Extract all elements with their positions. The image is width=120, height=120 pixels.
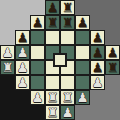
board-cell[interactable]: [75, 60, 90, 75]
chess-piece-white-pawn[interactable]: ♟: [17, 61, 29, 74]
chess-piece-black-pawn[interactable]: ♟: [92, 61, 104, 74]
chess-piece-black-pawn[interactable]: ♟: [32, 16, 44, 29]
board-cell[interactable]: ♜: [60, 15, 75, 30]
chess-piece-white-pawn[interactable]: ♟: [32, 91, 44, 104]
chess-piece-white-pawn[interactable]: ♟: [92, 76, 104, 89]
board-cell[interactable]: [30, 75, 45, 90]
board-cell[interactable]: ♟: [90, 60, 105, 75]
board-cell[interactable]: ♟: [30, 15, 45, 30]
chess-piece-white-pawn[interactable]: ♟: [77, 91, 89, 104]
board-cell[interactable]: [75, 45, 90, 60]
board-cell[interactable]: [45, 75, 60, 90]
chess-piece-white-rook[interactable]: ♜: [2, 61, 14, 74]
chess-piece-black-rook[interactable]: ♜: [107, 61, 119, 74]
board-cell[interactable]: ♟: [30, 90, 45, 105]
board-cell[interactable]: ♜: [105, 60, 120, 75]
chess-piece-black-rook[interactable]: ♜: [62, 16, 74, 29]
board-cell[interactable]: ♟: [45, 0, 60, 15]
board-cell[interactable]: ♟: [75, 90, 90, 105]
center-marker: [53, 53, 67, 67]
board-cell[interactable]: [30, 45, 45, 60]
board-cell[interactable]: ♟: [90, 45, 105, 60]
board-cell[interactable]: ♟: [15, 75, 30, 90]
board-cell[interactable]: ♜: [45, 90, 60, 105]
board-cell[interactable]: [75, 30, 90, 45]
chess-piece-black-pawn[interactable]: ♟: [17, 31, 29, 44]
chess-piece-black-pawn[interactable]: ♟: [92, 31, 104, 44]
board-cell[interactable]: [45, 30, 60, 45]
board-cell[interactable]: ♟: [15, 45, 30, 60]
chess-piece-black-rook[interactable]: ♜: [47, 16, 59, 29]
board-cell[interactable]: ♜: [60, 90, 75, 105]
chess-piece-white-pawn[interactable]: ♟: [2, 46, 14, 59]
board-cell[interactable]: [75, 75, 90, 90]
board-cell[interactable]: ♜: [0, 60, 15, 75]
chess-piece-white-pawn[interactable]: ♟: [17, 76, 29, 89]
board-cell[interactable]: [30, 30, 45, 45]
chess-piece-white-rook[interactable]: ♜: [47, 91, 59, 104]
board-cell[interactable]: [60, 75, 75, 90]
board-cell[interactable]: [30, 60, 45, 75]
chess-piece-black-pawn[interactable]: ♟: [77, 16, 89, 29]
board-cell[interactable]: ♜: [60, 0, 75, 15]
board-cell[interactable]: ♜: [45, 15, 60, 30]
chess-piece-white-rook[interactable]: ♜: [62, 91, 74, 104]
board-cell[interactable]: [60, 30, 75, 45]
chess-piece-black-pawn[interactable]: ♟: [47, 1, 59, 14]
game-window: ♟♜♟♜♜♟♟♟♟♟♟♟♜♟♟♜♟♟♟♜♜♟♜♟: [0, 0, 120, 120]
board-cell[interactable]: ♜: [45, 105, 60, 120]
chess-piece-black-pawn[interactable]: ♟: [92, 46, 104, 59]
board-cell[interactable]: ♟: [60, 105, 75, 120]
board-cell[interactable]: ♟: [0, 45, 15, 60]
board-cell[interactable]: ♟: [15, 30, 30, 45]
chess-piece-white-pawn[interactable]: ♟: [62, 106, 74, 119]
chess-piece-white-rook[interactable]: ♜: [47, 106, 59, 119]
chess-piece-black-rook[interactable]: ♜: [62, 1, 74, 14]
chess-piece-white-pawn[interactable]: ♟: [17, 46, 29, 59]
board-cell[interactable]: ♟: [90, 75, 105, 90]
chess-piece-black-pawn[interactable]: ♟: [107, 46, 119, 59]
board-cell[interactable]: ♟: [105, 45, 120, 60]
board-cell[interactable]: ♟: [15, 60, 30, 75]
board-cell[interactable]: ♟: [90, 30, 105, 45]
board-cell[interactable]: ♟: [75, 15, 90, 30]
